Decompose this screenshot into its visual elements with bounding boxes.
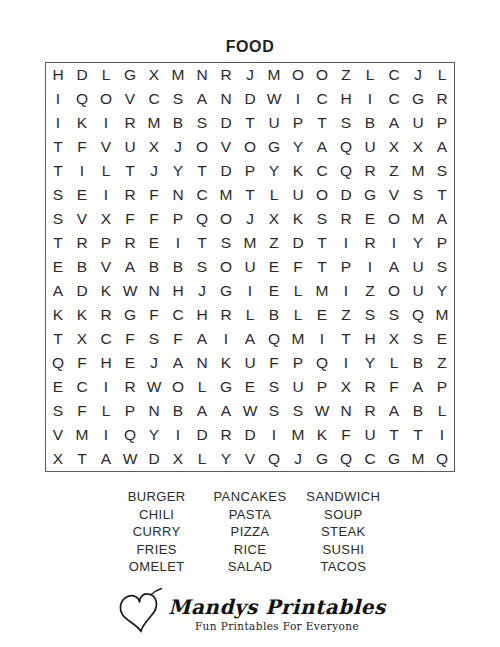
grid-cell-r10c8: G <box>214 279 238 303</box>
grid-cell-r17c13: Q <box>334 447 358 471</box>
grid-cell-r12c13: T <box>334 327 358 351</box>
grid-cell-r15c14: R <box>358 399 382 423</box>
grid-cell-r2c10: W <box>262 87 286 111</box>
grid-cell-r1c16: J <box>406 63 430 87</box>
grid-cell-r16c12: K <box>310 423 334 447</box>
grid-cell-r6c15: V <box>382 183 406 207</box>
grid-cell-r9c1: E <box>46 255 70 279</box>
grid-cell-r1c3: L <box>94 63 118 87</box>
grid-cell-r7c13: R <box>334 207 358 231</box>
grid-cell-r7c11: K <box>286 207 310 231</box>
grid-cell-r7c3: X <box>94 207 118 231</box>
grid-cell-r11c7: H <box>190 303 214 327</box>
grid-cell-r4c1: T <box>46 135 70 159</box>
grid-cell-r10c7: J <box>190 279 214 303</box>
grid-cell-r14c11: U <box>286 375 310 399</box>
grid-cell-r6c12: O <box>310 183 334 207</box>
grid-cell-r16c5: Y <box>142 423 166 447</box>
grid-cell-r5c8: D <box>214 159 238 183</box>
grid-cell-r4c12: A <box>310 135 334 159</box>
grid-cell-r4c13: Q <box>334 135 358 159</box>
grid-cell-r14c9: E <box>238 375 262 399</box>
grid-cell-r7c9: J <box>238 207 262 231</box>
grid-cell-r13c10: F <box>262 351 286 375</box>
grid-cell-r15c16: B <box>406 399 430 423</box>
grid-cell-r7c12: S <box>310 207 334 231</box>
grid-cell-r11c6: C <box>166 303 190 327</box>
grid-cell-r9c2: B <box>70 255 94 279</box>
worksheet-page: FOOD HDLGXMNRJMOOZLCJLIQOVCSANDWICHICGRI… <box>0 0 500 647</box>
word-fries: FRIES <box>110 541 203 559</box>
grid-cell-r11c11: L <box>286 303 310 327</box>
grid-cell-r9c9: U <box>238 255 262 279</box>
grid-cell-r15c12: W <box>310 399 334 423</box>
grid-cell-r6c1: S <box>46 183 70 207</box>
word-chili: CHILI <box>110 506 203 524</box>
grid-cell-r8c12: T <box>310 231 334 255</box>
grid-cell-r3c14: B <box>358 111 382 135</box>
grid-cell-r6c10: L <box>262 183 286 207</box>
word-tacos: TACOS <box>297 558 390 576</box>
grid-cell-r5c14: R <box>358 159 382 183</box>
grid-cell-r12c10: Q <box>262 327 286 351</box>
grid-cell-r13c15: L <box>382 351 406 375</box>
grid-cell-r16c9: D <box>238 423 262 447</box>
grid-cell-r8c13: I <box>334 231 358 255</box>
grid-cell-r4c8: V <box>214 135 238 159</box>
grid-cell-r4c16: X <box>406 135 430 159</box>
grid-cell-r14c1: E <box>46 375 70 399</box>
grid-cell-r14c16: A <box>406 375 430 399</box>
grid-cell-r16c6: I <box>166 423 190 447</box>
grid-cell-r3c6: B <box>166 111 190 135</box>
grid-cell-r13c9: U <box>238 351 262 375</box>
grid-cell-r14c4: R <box>118 375 142 399</box>
grid-cell-r1c4: G <box>118 63 142 87</box>
grid-cell-r17c16: M <box>406 447 430 471</box>
grid-cell-r5c1: T <box>46 159 70 183</box>
grid-cell-r6c5: F <box>142 183 166 207</box>
grid-cell-r15c2: F <box>70 399 94 423</box>
grid-cell-r8c2: R <box>70 231 94 255</box>
grid-cell-r4c2: F <box>70 135 94 159</box>
grid-cell-r16c13: F <box>334 423 358 447</box>
grid-cell-r13c1: Q <box>46 351 70 375</box>
grid-cell-r5c10: Y <box>262 159 286 183</box>
grid-cell-r7c6: P <box>166 207 190 231</box>
brand-text-block: Mandys Printables Fun Printables For Eve… <box>168 588 385 632</box>
grid-cell-r10c3: K <box>94 279 118 303</box>
grid-cell-r3c7: S <box>190 111 214 135</box>
grid-cell-r8c10: Z <box>262 231 286 255</box>
grid-cell-r3c8: D <box>214 111 238 135</box>
word-omelet: OMELET <box>110 558 203 576</box>
grid-cell-r2c6: S <box>166 87 190 111</box>
grid-cell-r1c2: D <box>70 63 94 87</box>
grid-cell-r11c8: R <box>214 303 238 327</box>
grid-cell-r3c15: A <box>382 111 406 135</box>
grid-cell-r9c15: A <box>382 255 406 279</box>
word-pizza: PIZZA <box>203 523 296 541</box>
grid-cell-r12c12: I <box>310 327 334 351</box>
word-list-column-2: PANCAKESPASTAPIZZARICESALAD <box>203 488 296 576</box>
grid-cell-r6c9: T <box>238 183 262 207</box>
grid-cell-r13c11: P <box>286 351 310 375</box>
grid-cell-r5c15: Z <box>382 159 406 183</box>
grid-cell-r9c3: V <box>94 255 118 279</box>
grid-cell-r2c8: N <box>214 87 238 111</box>
grid-cell-r3c9: T <box>238 111 262 135</box>
grid-cell-r17c3: A <box>94 447 118 471</box>
grid-cell-r4c4: U <box>118 135 142 159</box>
grid-cell-r11c10: B <box>262 303 286 327</box>
grid-cell-r14c17: P <box>430 375 454 399</box>
grid-cell-r7c7: Q <box>190 207 214 231</box>
grid-cell-r3c11: P <box>286 111 310 135</box>
grid-cell-r9c17: S <box>430 255 454 279</box>
grid-cell-r3c3: I <box>94 111 118 135</box>
word-curry: CURRY <box>110 523 203 541</box>
grid-cell-r10c10: E <box>262 279 286 303</box>
grid-cell-r3c10: U <box>262 111 286 135</box>
grid-cell-r3c13: S <box>334 111 358 135</box>
grid-cell-r17c12: G <box>310 447 334 471</box>
grid-cell-r15c3: L <box>94 399 118 423</box>
word-salad: SALAD <box>203 558 296 576</box>
grid-cell-r13c4: E <box>118 351 142 375</box>
grid-cell-r12c7: A <box>190 327 214 351</box>
grid-cell-r17c11: J <box>286 447 310 471</box>
grid-cell-r16c4: Q <box>118 423 142 447</box>
grid-cell-r17c5: D <box>142 447 166 471</box>
grid-cell-r17c8: Y <box>214 447 238 471</box>
grid-cell-r1c10: M <box>262 63 286 87</box>
grid-cell-r10c4: W <box>118 279 142 303</box>
grid-cell-r16c1: V <box>46 423 70 447</box>
grid-cell-r15c17: L <box>430 399 454 423</box>
grid-cell-r3c5: M <box>142 111 166 135</box>
grid-cell-r12c1: T <box>46 327 70 351</box>
grid-cell-r2c13: H <box>334 87 358 111</box>
grid-cell-r2c14: I <box>358 87 382 111</box>
grid-cell-r8c14: R <box>358 231 382 255</box>
word-list: BURGERCHILICURRYFRIESOMELETPANCAKESPASTA… <box>110 488 390 576</box>
grid-cell-r14c6: O <box>166 375 190 399</box>
grid-cell-r2c2: Q <box>70 87 94 111</box>
grid-cell-r17c17: Q <box>430 447 454 471</box>
grid-cell-r17c1: X <box>46 447 70 471</box>
grid-cell-r7c8: O <box>214 207 238 231</box>
grid-cell-r4c5: X <box>142 135 166 159</box>
grid-cell-r17c6: X <box>166 447 190 471</box>
grid-cell-r9c5: B <box>142 255 166 279</box>
grid-cell-r13c17: Z <box>430 351 454 375</box>
grid-cell-r4c14: U <box>358 135 382 159</box>
grid-cell-r2c17: R <box>430 87 454 111</box>
grid-cell-r11c3: R <box>94 303 118 327</box>
grid-cell-r7c17: A <box>430 207 454 231</box>
grid-cell-r4c17: A <box>430 135 454 159</box>
grid-cell-r10c2: D <box>70 279 94 303</box>
grid-cell-r4c15: X <box>382 135 406 159</box>
grid-cell-r1c15: C <box>382 63 406 87</box>
grid-cell-r1c8: R <box>214 63 238 87</box>
grid-cell-r8c5: E <box>142 231 166 255</box>
grid-cell-r13c16: B <box>406 351 430 375</box>
grid-cell-r11c5: F <box>142 303 166 327</box>
grid-cell-r2c12: C <box>310 87 334 111</box>
grid-cell-r3c1: I <box>46 111 70 135</box>
grid-cell-r14c15: F <box>382 375 406 399</box>
grid-cell-r5c16: M <box>406 159 430 183</box>
grid-cell-r6c16: S <box>406 183 430 207</box>
grid-cell-r15c15: A <box>382 399 406 423</box>
word-list-column-1: BURGERCHILICURRYFRIESOMELET <box>110 488 203 576</box>
grid-cell-r2c5: C <box>142 87 166 111</box>
grid-cell-r5c13: Q <box>334 159 358 183</box>
grid-cell-r8c3: P <box>94 231 118 255</box>
grid-cell-r6c2: E <box>70 183 94 207</box>
grid-cell-r9c4: A <box>118 255 142 279</box>
grid-cell-r12c14: H <box>358 327 382 351</box>
grid-cell-r9c13: P <box>334 255 358 279</box>
grid-cell-r2c7: A <box>190 87 214 111</box>
grid-cell-r8c17: P <box>430 231 454 255</box>
grid-cell-r12c6: F <box>166 327 190 351</box>
grid-cell-r14c8: G <box>214 375 238 399</box>
grid-cell-r14c14: R <box>358 375 382 399</box>
grid-cell-r5c6: Y <box>166 159 190 183</box>
grid-cell-r8c7: T <box>190 231 214 255</box>
grid-cell-r7c15: O <box>382 207 406 231</box>
grid-cell-r13c5: J <box>142 351 166 375</box>
grid-cell-r5c9: P <box>238 159 262 183</box>
grid-cell-r13c8: K <box>214 351 238 375</box>
grid-cell-r7c10: X <box>262 207 286 231</box>
grid-cell-r10c12: M <box>310 279 334 303</box>
grid-cell-r4c9: O <box>238 135 262 159</box>
grid-cell-r11c15: S <box>382 303 406 327</box>
grid-cell-r10c5: N <box>142 279 166 303</box>
grid-cell-r14c7: L <box>190 375 214 399</box>
grid-cell-r10c14: Z <box>358 279 382 303</box>
grid-cell-r7c2: V <box>70 207 94 231</box>
grid-cell-r5c12: C <box>310 159 334 183</box>
grid-cell-r14c3: I <box>94 375 118 399</box>
grid-cell-r12c3: C <box>94 327 118 351</box>
grid-cell-r3c16: U <box>406 111 430 135</box>
word-list-column-3: SANDWICHSOUPSTEAKSUSHITACOS <box>297 488 390 576</box>
grid-cell-r15c8: A <box>214 399 238 423</box>
grid-cell-r3c12: T <box>310 111 334 135</box>
grid-cell-r14c2: C <box>70 375 94 399</box>
grid-cell-r2c9: D <box>238 87 262 111</box>
grid-cell-r6c17: T <box>430 183 454 207</box>
grid-cell-r1c12: O <box>310 63 334 87</box>
grid-cell-r6c8: M <box>214 183 238 207</box>
grid-cell-r6c7: C <box>190 183 214 207</box>
brand-tagline: Fun Printables For Everyone <box>195 620 359 632</box>
grid-cell-r13c3: H <box>94 351 118 375</box>
word-sushi: SUSHI <box>297 541 390 559</box>
grid-cell-r12c16: S <box>406 327 430 351</box>
grid-cell-r1c14: L <box>358 63 382 87</box>
grid-cell-r9c7: S <box>190 255 214 279</box>
grid-cell-r12c11: M <box>286 327 310 351</box>
grid-cell-r16c16: T <box>406 423 430 447</box>
grid-cell-r9c10: E <box>262 255 286 279</box>
grid-cell-r15c11: S <box>286 399 310 423</box>
grid-cell-r10c16: U <box>406 279 430 303</box>
grid-cell-r14c12: P <box>310 375 334 399</box>
grid-cell-r7c14: E <box>358 207 382 231</box>
word-pasta: PASTA <box>203 506 296 524</box>
word-burger: BURGER <box>110 488 203 506</box>
grid-cell-r8c4: R <box>118 231 142 255</box>
grid-cell-r14c13: X <box>334 375 358 399</box>
grid-cell-r9c11: F <box>286 255 310 279</box>
grid-cell-r6c6: N <box>166 183 190 207</box>
word-sandwich: SANDWICH <box>297 488 390 506</box>
grid-cell-r4c3: V <box>94 135 118 159</box>
grid-cell-r1c9: J <box>238 63 262 87</box>
grid-cell-r2c1: I <box>46 87 70 111</box>
grid-cell-r10c13: I <box>334 279 358 303</box>
grid-cell-r17c14: C <box>358 447 382 471</box>
grid-cell-r10c6: H <box>166 279 190 303</box>
brand-footer: Mandys Printables Fun Printables For Eve… <box>0 588 500 642</box>
grid-cell-r9c8: O <box>214 255 238 279</box>
grid-cell-r9c12: T <box>310 255 334 279</box>
grid-cell-r2c11: I <box>286 87 310 111</box>
grid-cell-r15c6: B <box>166 399 190 423</box>
grid-cell-r10c15: O <box>382 279 406 303</box>
grid-cell-r6c11: U <box>286 183 310 207</box>
grid-cell-r4c7: O <box>190 135 214 159</box>
grid-cell-r12c5: S <box>142 327 166 351</box>
grid-cell-r6c13: D <box>334 183 358 207</box>
grid-cell-r15c1: S <box>46 399 70 423</box>
grid-cell-r7c16: M <box>406 207 430 231</box>
grid-cell-r15c4: P <box>118 399 142 423</box>
grid-cell-r8c16: Y <box>406 231 430 255</box>
grid-cell-r12c8: I <box>214 327 238 351</box>
word-soup: SOUP <box>297 506 390 524</box>
grid-cell-r13c14: Y <box>358 351 382 375</box>
grid-cell-r12c17: E <box>430 327 454 351</box>
grid-cell-r6c3: I <box>94 183 118 207</box>
grid-cell-r9c14: I <box>358 255 382 279</box>
grid-cell-r11c1: K <box>46 303 70 327</box>
grid-cell-r16c10: I <box>262 423 286 447</box>
grid-cell-r8c1: T <box>46 231 70 255</box>
grid-cell-r11c4: G <box>118 303 142 327</box>
grid-cell-r8c9: M <box>238 231 262 255</box>
grid-cell-r7c4: F <box>118 207 142 231</box>
grid-cell-r16c3: I <box>94 423 118 447</box>
grid-cell-r13c7: N <box>190 351 214 375</box>
grid-cell-r1c6: M <box>166 63 190 87</box>
brand-name: Mandys Printables <box>168 596 385 618</box>
grid-cell-r9c6: B <box>166 255 190 279</box>
grid-cell-r15c7: A <box>190 399 214 423</box>
grid-cell-r16c2: M <box>70 423 94 447</box>
grid-cell-r17c9: V <box>238 447 262 471</box>
grid-cell-r3c2: K <box>70 111 94 135</box>
grid-cell-r3c4: R <box>118 111 142 135</box>
grid-cell-r16c8: R <box>214 423 238 447</box>
grid-cell-r13c13: I <box>334 351 358 375</box>
word-steak: STEAK <box>297 523 390 541</box>
grid-cell-r2c4: V <box>118 87 142 111</box>
grid-cell-r14c5: W <box>142 375 166 399</box>
grid-cell-r8c11: D <box>286 231 310 255</box>
grid-cell-r11c13: Z <box>334 303 358 327</box>
grid-cell-r16c11: M <box>286 423 310 447</box>
grid-cell-r2c16: G <box>406 87 430 111</box>
grid-cell-r8c15: I <box>382 231 406 255</box>
grid-cell-r5c4: T <box>118 159 142 183</box>
grid-cell-r3c17: P <box>430 111 454 135</box>
grid-cell-r15c13: N <box>334 399 358 423</box>
grid-cell-r15c10: S <box>262 399 286 423</box>
grid-cell-r11c14: S <box>358 303 382 327</box>
grid-cell-r15c9: W <box>238 399 262 423</box>
grid-cell-r10c11: L <box>286 279 310 303</box>
grid-cell-r7c1: S <box>46 207 70 231</box>
grid-cell-r17c4: W <box>118 447 142 471</box>
grid-cell-r13c2: F <box>70 351 94 375</box>
grid-cell-r4c10: G <box>262 135 286 159</box>
grid-cell-r12c2: X <box>70 327 94 351</box>
grid-cell-r16c7: D <box>190 423 214 447</box>
grid-cell-r5c2: I <box>70 159 94 183</box>
grid-cell-r17c7: L <box>190 447 214 471</box>
grid-cell-r1c5: X <box>142 63 166 87</box>
heart-outline-icon <box>114 590 166 642</box>
grid-cell-r11c9: L <box>238 303 262 327</box>
grid-cell-r1c11: O <box>286 63 310 87</box>
grid-cell-r8c6: I <box>166 231 190 255</box>
grid-cell-r5c3: L <box>94 159 118 183</box>
grid-cell-r11c2: K <box>70 303 94 327</box>
grid-cell-r5c11: K <box>286 159 310 183</box>
word-search-grid: HDLGXMNRJMOOZLCJLIQOVCSANDWICHICGRIKIRMB… <box>45 62 455 472</box>
grid-cell-r9c16: U <box>406 255 430 279</box>
grid-cell-r17c10: Q <box>262 447 286 471</box>
grid-cell-r12c15: X <box>382 327 406 351</box>
grid-cell-r14c10: S <box>262 375 286 399</box>
grid-cell-r1c7: N <box>190 63 214 87</box>
grid-cell-r5c17: S <box>430 159 454 183</box>
grid-cell-r16c14: U <box>358 423 382 447</box>
grid-cell-r12c4: F <box>118 327 142 351</box>
grid-cell-r10c1: A <box>46 279 70 303</box>
grid-cell-r11c12: E <box>310 303 334 327</box>
grid-cell-r17c15: G <box>382 447 406 471</box>
word-rice: RICE <box>203 541 296 559</box>
grid-cell-r7c5: F <box>142 207 166 231</box>
grid-cell-r12c9: A <box>238 327 262 351</box>
grid-cell-r1c13: Z <box>334 63 358 87</box>
grid-cell-r16c17: I <box>430 423 454 447</box>
grid-cell-r8c8: S <box>214 231 238 255</box>
grid-cell-r4c11: Y <box>286 135 310 159</box>
grid-cell-r15c5: N <box>142 399 166 423</box>
grid-cell-r10c9: I <box>238 279 262 303</box>
grid-cell-r10c17: Y <box>430 279 454 303</box>
grid-cell-r2c3: O <box>94 87 118 111</box>
